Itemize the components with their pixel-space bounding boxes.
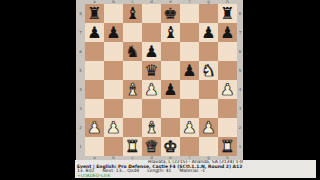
rank-label-6: 6 bbox=[76, 42, 85, 61]
white-queen-d1: ♛ bbox=[144, 137, 158, 156]
square-d6[interactable]: ♟ bbox=[142, 42, 161, 61]
square-h3[interactable] bbox=[218, 99, 237, 118]
white-pawn-h4: ♟ bbox=[220, 80, 234, 99]
square-f6[interactable] bbox=[180, 42, 199, 61]
square-a4[interactable] bbox=[85, 80, 104, 99]
square-b3[interactable] bbox=[104, 99, 123, 118]
black-pawn-b7: ♟ bbox=[106, 23, 120, 42]
rank-labels-right: 87654321 bbox=[237, 4, 243, 156]
white-king-e1: ♚ bbox=[163, 137, 177, 156]
square-g4[interactable] bbox=[199, 80, 218, 99]
link-line[interactable]: +LOADED-Link bbox=[75, 174, 316, 178]
black-pawn-a7: ♟ bbox=[87, 23, 101, 42]
square-e6[interactable] bbox=[161, 42, 180, 61]
square-g2[interactable]: ♟ bbox=[199, 118, 218, 137]
rank-label-5: 5 bbox=[76, 61, 85, 80]
square-b6[interactable] bbox=[104, 42, 123, 61]
square-a6[interactable] bbox=[85, 42, 104, 61]
square-b2[interactable]: ♟ bbox=[104, 118, 123, 137]
black-queen-d5: ♛ bbox=[144, 61, 158, 80]
square-e1[interactable]: ♚ bbox=[161, 137, 180, 156]
square-g8[interactable] bbox=[199, 4, 218, 23]
square-g1[interactable] bbox=[199, 137, 218, 156]
square-e5[interactable] bbox=[161, 61, 180, 80]
white-pawn-b2: ♟ bbox=[106, 118, 120, 137]
white-bishop-d2: ♝ bbox=[144, 118, 158, 137]
white-bishop-c4: ♝ bbox=[125, 80, 139, 99]
square-d7[interactable] bbox=[142, 23, 161, 42]
black-pawn-e4: ♟ bbox=[163, 80, 177, 99]
square-d1[interactable]: ♛ bbox=[142, 137, 161, 156]
square-c7[interactable] bbox=[123, 23, 142, 42]
square-b5[interactable] bbox=[104, 61, 123, 80]
square-g7[interactable]: ♟ bbox=[199, 23, 218, 42]
square-f1[interactable] bbox=[180, 137, 199, 156]
square-b7[interactable]: ♟ bbox=[104, 23, 123, 42]
square-c8[interactable]: ♝ bbox=[123, 4, 142, 23]
square-b1[interactable] bbox=[104, 137, 123, 156]
square-e3[interactable] bbox=[161, 99, 180, 118]
square-f8[interactable] bbox=[180, 4, 199, 23]
white-pawn-a2: ♟ bbox=[87, 118, 101, 137]
square-d2[interactable]: ♝ bbox=[142, 118, 161, 137]
black-bishop-c8: ♝ bbox=[125, 4, 139, 23]
square-g5[interactable]: ♞ bbox=[199, 61, 218, 80]
white-pawn-g2: ♟ bbox=[201, 118, 215, 137]
square-d8[interactable] bbox=[142, 4, 161, 23]
square-e8[interactable]: ♚ bbox=[161, 4, 180, 23]
chess-board[interactable]: ♜♝♚♜♟♟♝♟♟♞♟♛♟♞♝♟♟♟♟♟♝♟♟♜♛♚♜ bbox=[85, 4, 237, 156]
rank-label-2: 2 bbox=[76, 118, 85, 137]
square-e7[interactable]: ♝ bbox=[161, 23, 180, 42]
white-rook-c1: ♜ bbox=[125, 137, 139, 156]
square-e2[interactable] bbox=[161, 118, 180, 137]
square-d5[interactable]: ♛ bbox=[142, 61, 161, 80]
square-c4[interactable]: ♝ bbox=[123, 80, 142, 99]
square-f2[interactable]: ♟ bbox=[180, 118, 199, 137]
rank-label-1: 1 bbox=[76, 137, 85, 156]
rank-label-3: 3 bbox=[237, 99, 243, 118]
white-pawn-f2: ♟ bbox=[182, 118, 196, 137]
square-h5[interactable] bbox=[218, 61, 237, 80]
black-pawn-f5: ♟ bbox=[182, 61, 196, 80]
square-c3[interactable] bbox=[123, 99, 142, 118]
black-bishop-e7: ♝ bbox=[163, 23, 177, 42]
black-knight-c6: ♞ bbox=[125, 42, 139, 61]
rank-label-6: 6 bbox=[237, 42, 243, 61]
black-pawn-d6: ♟ bbox=[144, 42, 158, 61]
square-h2[interactable] bbox=[218, 118, 237, 137]
square-h6[interactable] bbox=[218, 42, 237, 61]
square-a1[interactable] bbox=[85, 137, 104, 156]
square-f7[interactable] bbox=[180, 23, 199, 42]
material-balance: Material: -1 bbox=[179, 169, 205, 174]
white-rook-h1: ♜ bbox=[220, 137, 234, 156]
rank-labels-left: 87654321 bbox=[76, 4, 85, 156]
square-h8[interactable]: ♜ bbox=[218, 4, 237, 23]
square-a7[interactable]: ♟ bbox=[85, 23, 104, 42]
black-pawn-g7: ♟ bbox=[201, 23, 215, 42]
black-rook-a8: ♜ bbox=[87, 4, 101, 23]
square-c5[interactable] bbox=[123, 61, 142, 80]
rank-label-3: 3 bbox=[76, 99, 85, 118]
square-d4[interactable]: ♟ bbox=[142, 80, 161, 99]
square-c6[interactable]: ♞ bbox=[123, 42, 142, 61]
square-c2[interactable] bbox=[123, 118, 142, 137]
square-a3[interactable] bbox=[85, 99, 104, 118]
rank-label-4: 4 bbox=[237, 80, 243, 99]
rank-label-7: 7 bbox=[237, 23, 243, 42]
black-pawn-h7: ♟ bbox=[220, 23, 234, 42]
square-a8[interactable]: ♜ bbox=[85, 4, 104, 23]
video-frame: abcdefgh 87654321 ♜♝♚♜♟♟♝♟♟♞♟♛♟♞♝♟♟♟♟♟♝♟… bbox=[0, 0, 320, 180]
square-a2[interactable]: ♟ bbox=[85, 118, 104, 137]
white-pawn-d4: ♟ bbox=[144, 80, 158, 99]
square-b4[interactable] bbox=[104, 80, 123, 99]
game-length: Length: 41 bbox=[147, 169, 171, 174]
square-f5[interactable]: ♟ bbox=[180, 61, 199, 80]
rank-label-2: 2 bbox=[237, 118, 243, 137]
chess-board-block: abcdefgh 87654321 ♜♝♚♜♟♟♝♟♟♞♟♛♟♞♝♟♟♟♟♟♝♟… bbox=[76, 0, 243, 160]
rank-label-8: 8 bbox=[237, 4, 243, 23]
rank-label-5: 5 bbox=[237, 61, 243, 80]
square-h4[interactable]: ♟ bbox=[218, 80, 237, 99]
square-d3[interactable] bbox=[142, 99, 161, 118]
square-b8[interactable] bbox=[104, 4, 123, 23]
rank-label-7: 7 bbox=[76, 23, 85, 42]
rank-label-8: 8 bbox=[76, 4, 85, 23]
info-panel: Hlavata, L (2215) - Ananda, SA (2134) 1-… bbox=[75, 160, 316, 178]
black-king-e8: ♚ bbox=[163, 4, 177, 23]
square-f3[interactable] bbox=[180, 99, 199, 118]
square-h7[interactable]: ♟ bbox=[218, 23, 237, 42]
square-c1[interactable]: ♜ bbox=[123, 137, 142, 156]
square-f4[interactable] bbox=[180, 80, 199, 99]
white-knight-g5: ♞ bbox=[201, 61, 215, 80]
square-h1[interactable]: ♜ bbox=[218, 137, 237, 156]
black-rook-h8: ♜ bbox=[220, 4, 234, 23]
rank-label-4: 4 bbox=[76, 80, 85, 99]
rank-label-1: 1 bbox=[237, 137, 243, 156]
square-e4[interactable]: ♟ bbox=[161, 80, 180, 99]
square-a5[interactable] bbox=[85, 61, 104, 80]
square-g3[interactable] bbox=[199, 99, 218, 118]
square-g6[interactable] bbox=[199, 42, 218, 61]
